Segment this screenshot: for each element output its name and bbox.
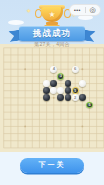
bottom-panel: 下一关: [0, 152, 104, 185]
level-round-info: 第27关，4回合: [0, 41, 104, 47]
move-number-badge: 4: [53, 67, 55, 71]
next-level-button[interactable]: 下一关: [20, 158, 84, 173]
black-stone: 1: [72, 87, 79, 94]
gomoku-board[interactable]: 463125: [0, 44, 104, 152]
white-stone: 2: [72, 94, 79, 101]
move-number-badge: 3: [60, 74, 62, 78]
victory-banner: 挑战成功: [0, 25, 104, 41]
white-stone: [79, 80, 86, 87]
move-number-badge: 5: [88, 103, 90, 107]
banner-title: 挑战成功: [33, 28, 71, 40]
more-icon: •••: [74, 7, 81, 13]
white-stone: 4: [50, 66, 57, 73]
game-window: ••• ◎ ✦ ✦ ★ 挑战成功 第27关，4回合 463125 下一关: [0, 0, 104, 185]
close-icon: ◎: [90, 6, 96, 13]
move-number-badge: 1: [74, 89, 76, 93]
wechat-capsule: ••• ◎: [69, 4, 101, 16]
white-stone: [43, 80, 50, 87]
close-minipapp-button[interactable]: ◎: [85, 6, 100, 13]
more-menu-button[interactable]: •••: [70, 7, 85, 13]
trophy-star-icon: ★: [41, 8, 63, 21]
white-stone: 6: [72, 66, 79, 73]
move-number-badge: 2: [74, 96, 76, 100]
move-number-badge: 6: [74, 67, 76, 71]
